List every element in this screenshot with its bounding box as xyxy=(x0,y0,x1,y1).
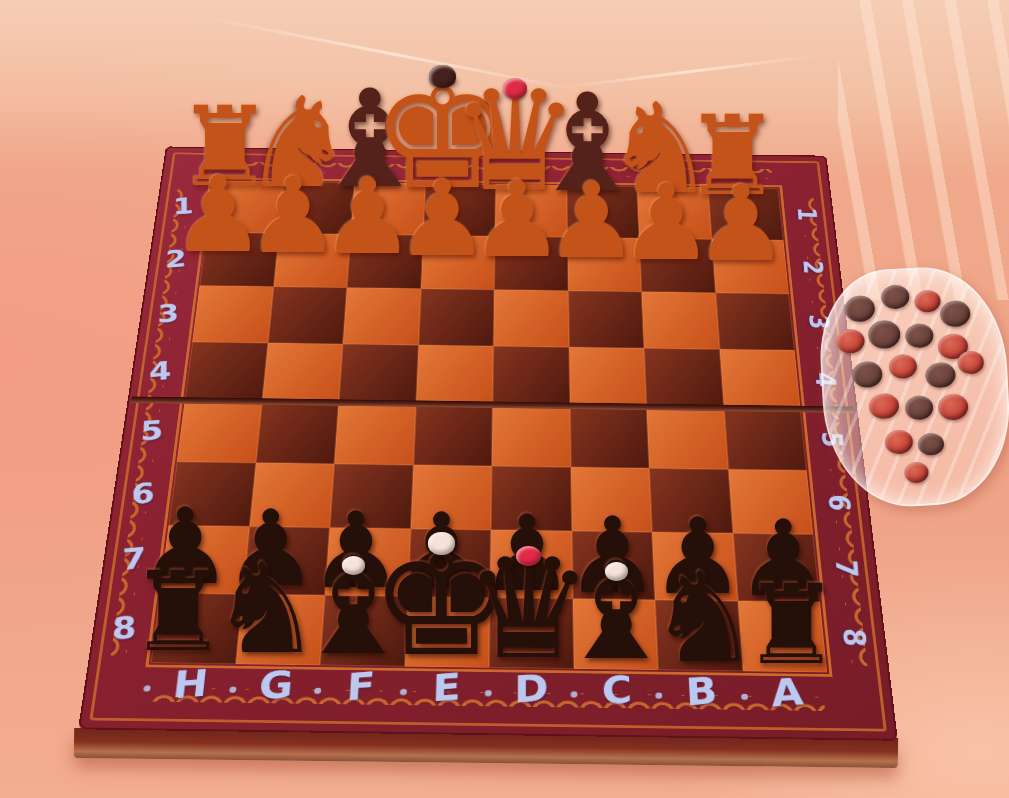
dark-checker-disc xyxy=(917,432,944,456)
square-d5[interactable] xyxy=(492,404,571,466)
dark-checker-disc xyxy=(925,361,956,388)
red-checker-disc xyxy=(937,394,968,421)
painted-top xyxy=(428,532,455,554)
black-rook[interactable]: ♜ xyxy=(737,570,847,680)
dark-checker-disc xyxy=(845,295,876,322)
dark-checker-disc xyxy=(881,284,910,310)
letter-separator-dot xyxy=(143,685,151,692)
square-e3[interactable] xyxy=(418,289,494,346)
square-f5[interactable] xyxy=(334,402,415,464)
photo-scene: 12345678 12345678 HGFEDCBA ♜♞♝♚♛♝♞♜♟♟♟♟♟… xyxy=(0,0,1009,798)
letter-separator-dot xyxy=(314,688,321,695)
dark-checker-disc xyxy=(905,395,934,421)
red-checker-disc xyxy=(835,329,864,355)
letter-separator-dot xyxy=(655,692,662,699)
rook-glyph: ♜ xyxy=(742,570,841,680)
square-a4[interactable] xyxy=(719,349,800,409)
red-checker-disc xyxy=(957,351,984,375)
square-g3[interactable] xyxy=(268,287,347,344)
pawn-glyph: ♟ xyxy=(694,172,788,277)
square-e4[interactable] xyxy=(416,345,494,405)
square-f4[interactable] xyxy=(339,344,418,404)
red-checker-disc xyxy=(884,429,913,455)
square-d3[interactable] xyxy=(493,290,568,347)
rank-label-left-3: 3 xyxy=(149,298,187,328)
square-a5[interactable] xyxy=(724,408,807,470)
checkers-bag xyxy=(814,261,1009,513)
square-d4[interactable] xyxy=(493,346,570,406)
square-b3[interactable] xyxy=(642,292,720,349)
square-b5[interactable] xyxy=(647,407,728,469)
square-e5[interactable] xyxy=(413,403,493,465)
square-g5[interactable] xyxy=(256,401,339,463)
dark-checker-disc xyxy=(868,320,901,349)
dark-checker-disc xyxy=(904,323,933,349)
cardboard-creases xyxy=(838,0,1009,300)
red-checker-disc xyxy=(904,461,929,483)
red-checker-disc xyxy=(888,354,917,380)
square-h5[interactable] xyxy=(177,400,262,462)
rank-label-right-1: 1 xyxy=(792,200,824,228)
square-c4[interactable] xyxy=(569,347,647,407)
square-h3[interactable] xyxy=(192,286,273,343)
letter-separator-dot xyxy=(229,686,237,693)
square-a3[interactable] xyxy=(715,293,794,350)
rank-label-left-4: 4 xyxy=(141,355,180,386)
square-c3[interactable] xyxy=(568,291,644,348)
red-checker-disc xyxy=(914,290,941,314)
dark-checker-disc xyxy=(852,361,883,388)
square-b4[interactable] xyxy=(644,348,724,408)
red-checker-disc xyxy=(868,393,899,420)
square-h4[interactable] xyxy=(185,342,268,402)
square-g4[interactable] xyxy=(262,343,343,403)
white-pawn[interactable]: ♟ xyxy=(689,172,794,277)
plastic-bag xyxy=(816,263,1009,510)
square-f3[interactable] xyxy=(343,288,421,345)
letter-separator-dot xyxy=(740,694,747,701)
square-c5[interactable] xyxy=(570,405,650,467)
letter-separator-dot xyxy=(570,691,577,698)
dark-checker-disc xyxy=(940,300,971,327)
rank-label-left-5: 5 xyxy=(132,414,172,447)
painted-top xyxy=(605,562,628,581)
